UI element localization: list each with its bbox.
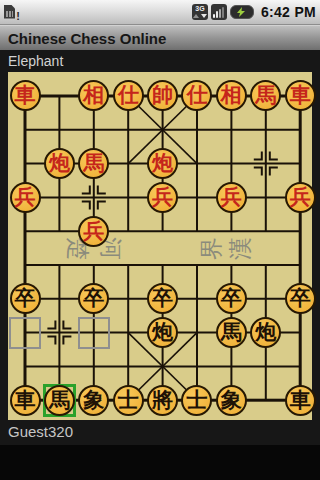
board-point[interactable]: 兵: [145, 180, 179, 214]
xiangqi-board[interactable]: 楚河 界漢 車相仕帥仕相馬車炮馬炮兵兵兵兵兵卒卒卒卒卒炮馬炮車馬象士將士象車: [8, 72, 312, 420]
board-point[interactable]: 卒: [283, 282, 317, 316]
red-cannon[interactable]: 炮: [44, 148, 75, 179]
board-point[interactable]: 仕: [111, 79, 145, 113]
board-area: 楚河 界漢 車相仕帥仕相馬車炮馬炮兵兵兵兵兵卒卒卒卒卒炮馬炮車馬象士將士象車: [0, 72, 320, 420]
status-bar: ! 3G 6:42 PM: [0, 0, 320, 25]
red-soldier[interactable]: 兵: [147, 182, 178, 213]
red-chariot[interactable]: 車: [285, 80, 316, 111]
black-elephant[interactable]: 象: [78, 385, 109, 416]
black-advisor[interactable]: 士: [113, 385, 144, 416]
player-name-label: Guest320: [0, 420, 320, 445]
move-hint-cell[interactable]: [8, 316, 42, 350]
board-point[interactable]: 相: [214, 79, 248, 113]
red-horse[interactable]: 馬: [250, 80, 281, 111]
black-soldier[interactable]: 卒: [216, 283, 247, 314]
board-point[interactable]: 炮: [145, 316, 179, 350]
board-point[interactable]: 炮: [249, 316, 283, 350]
board-point[interactable]: 車: [8, 383, 42, 417]
board-point[interactable]: 兵: [8, 180, 42, 214]
mobile-data-3g-icon: 3G: [192, 4, 208, 20]
board-cells: 車相仕帥仕相馬車炮馬炮兵兵兵兵兵卒卒卒卒卒炮馬炮車馬象士將士象車: [8, 79, 318, 417]
bottom-fill: [0, 445, 320, 480]
move-hint-square[interactable]: [9, 317, 41, 349]
move-hint-square[interactable]: [78, 317, 110, 349]
board-point[interactable]: 炮: [145, 147, 179, 181]
board-point[interactable]: 車: [283, 383, 317, 417]
black-horse[interactable]: 馬: [44, 385, 75, 416]
black-soldier[interactable]: 卒: [285, 283, 316, 314]
title-bar: Chinese Chess Online: [0, 25, 320, 50]
move-hint-cell[interactable]: [77, 316, 111, 350]
red-soldier[interactable]: 兵: [216, 182, 247, 213]
black-soldier[interactable]: 卒: [10, 283, 41, 314]
board-point[interactable]: 卒: [145, 282, 179, 316]
red-advisor[interactable]: 仕: [181, 80, 212, 111]
red-soldier[interactable]: 兵: [10, 182, 41, 213]
board-point[interactable]: 馬: [214, 316, 248, 350]
board-point[interactable]: 卒: [77, 282, 111, 316]
red-general[interactable]: 帥: [147, 80, 178, 111]
board-point[interactable]: 帥: [145, 79, 179, 113]
board-point[interactable]: 車: [8, 79, 42, 113]
black-horse[interactable]: 馬: [216, 317, 247, 348]
board-point[interactable]: 士: [111, 383, 145, 417]
black-soldier[interactable]: 卒: [78, 283, 109, 314]
app-title: Chinese Chess Online: [8, 30, 166, 47]
black-soldier[interactable]: 卒: [147, 283, 178, 314]
board-point[interactable]: 將: [145, 383, 179, 417]
board-point[interactable]: 車: [283, 79, 317, 113]
battery-charging-icon: [230, 5, 254, 19]
board-point[interactable]: 相: [77, 79, 111, 113]
board-point[interactable]: 象: [77, 383, 111, 417]
board-point[interactable]: 仕: [180, 79, 214, 113]
red-cannon[interactable]: 炮: [147, 148, 178, 179]
black-elephant[interactable]: 象: [216, 385, 247, 416]
black-chariot[interactable]: 車: [10, 385, 41, 416]
black-cannon[interactable]: 炮: [250, 317, 281, 348]
red-chariot[interactable]: 車: [10, 80, 41, 111]
black-general[interactable]: 將: [147, 385, 178, 416]
board-point[interactable]: 卒: [214, 282, 248, 316]
board-point[interactable]: 兵: [214, 180, 248, 214]
board-point[interactable]: 兵: [77, 214, 111, 248]
red-advisor[interactable]: 仕: [113, 80, 144, 111]
android-screen: ! 3G 6:42 PM Chinese Chess Online Elepha…: [0, 0, 320, 480]
board-point[interactable]: 馬: [42, 383, 76, 417]
black-chariot[interactable]: 車: [285, 385, 316, 416]
black-cannon[interactable]: 炮: [147, 317, 178, 348]
board-point[interactable]: 兵: [283, 180, 317, 214]
signal-strength-icon: [211, 4, 227, 20]
sim-error-icon: !: [4, 4, 20, 21]
black-advisor[interactable]: 士: [181, 385, 212, 416]
opponent-name-label: Elephant: [0, 50, 320, 72]
board-point[interactable]: 馬: [249, 79, 283, 113]
clock-label: 6:42 PM: [261, 4, 316, 20]
board-point[interactable]: 卒: [8, 282, 42, 316]
board-point[interactable]: 象: [214, 383, 248, 417]
board-point[interactable]: 士: [180, 383, 214, 417]
red-soldier[interactable]: 兵: [285, 182, 316, 213]
board-point[interactable]: 炮: [42, 147, 76, 181]
red-elephant[interactable]: 相: [216, 80, 247, 111]
red-soldier[interactable]: 兵: [78, 216, 109, 247]
board-point[interactable]: 馬: [77, 147, 111, 181]
red-elephant[interactable]: 相: [78, 80, 109, 111]
red-horse[interactable]: 馬: [78, 148, 109, 179]
